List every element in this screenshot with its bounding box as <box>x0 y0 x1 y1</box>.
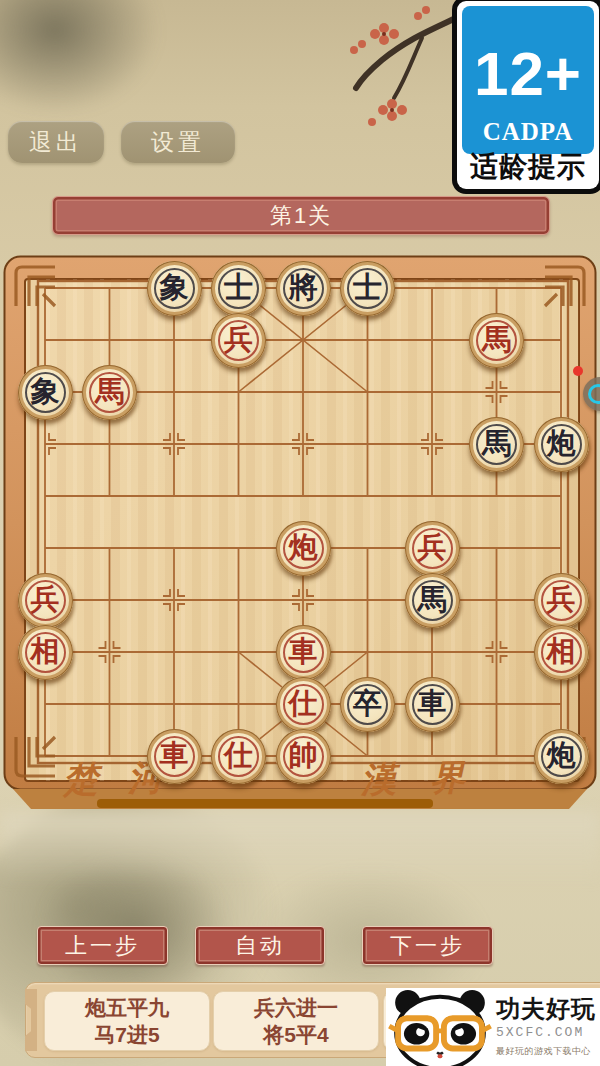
piece-red-相-f8r7[interactable]: 相 <box>534 625 589 680</box>
watermark-title: 功夫好玩 <box>496 996 596 1022</box>
level-banner: 第1关 <box>52 196 550 235</box>
piece-glyph: 兵 <box>224 325 253 354</box>
level-banner-label: 第1关 <box>270 201 332 231</box>
next-step-button[interactable]: 下一步 <box>362 926 493 965</box>
piece-glyph: 相 <box>31 637 60 666</box>
piece-black-炮-f8r3[interactable]: 炮 <box>534 417 589 472</box>
move-card-1-line2: 马7进5 <box>94 1021 159 1048</box>
xiangqi-app-screen: 退出 设置 第1关 12+ CADPA 适龄提示 楚河 漢界 象士將士兵馬象馬馬… <box>0 0 600 1066</box>
piece-black-馬-f7r3[interactable]: 馬 <box>469 417 524 472</box>
piece-glyph: 帥 <box>289 741 318 770</box>
piece-glyph: 象 <box>160 273 189 302</box>
move-card-2-line1: 兵六进一 <box>254 994 338 1021</box>
piece-glyph: 兵 <box>547 585 576 614</box>
piece-red-兵-f3r1[interactable]: 兵 <box>211 313 266 368</box>
piece-red-馬-f7r1[interactable]: 馬 <box>469 313 524 368</box>
piece-red-兵-f6r5[interactable]: 兵 <box>405 521 460 576</box>
piece-glyph: 卒 <box>353 689 382 718</box>
auto-play-button[interactable]: 自动 <box>195 926 325 965</box>
piece-black-將-f4r0[interactable]: 將 <box>276 261 331 316</box>
auto-play-label: 自动 <box>235 931 285 961</box>
piece-glyph: 兵 <box>31 585 60 614</box>
piece-glyph: 炮 <box>547 741 576 770</box>
piece-red-炮-f4r5[interactable]: 炮 <box>276 521 331 576</box>
settings-button[interactable]: 设置 <box>121 121 235 163</box>
move-card-1[interactable]: 炮五平九 马7进5 <box>44 991 210 1051</box>
piece-glyph: 象 <box>31 377 60 406</box>
piece-glyph: 炮 <box>289 533 318 562</box>
age-rating-number: 12+ <box>474 43 582 105</box>
age-rating-blue-panel: 12+ CADPA <box>462 6 594 154</box>
next-step-label: 下一步 <box>390 931 465 961</box>
piece-glyph: 車 <box>418 689 447 718</box>
age-rating-caption: 适龄提示 <box>457 148 599 186</box>
piece-glyph: 馬 <box>95 377 124 406</box>
piece-glyph: 相 <box>547 637 576 666</box>
piece-black-象-f2r0[interactable]: 象 <box>147 261 202 316</box>
previous-step-label: 上一步 <box>65 931 140 961</box>
piece-red-帥-f4r9[interactable]: 帥 <box>276 729 331 784</box>
piece-red-兵-f0r6[interactable]: 兵 <box>18 573 73 628</box>
panel-left-notch <box>25 989 37 1051</box>
piece-glyph: 仕 <box>289 689 318 718</box>
age-rating-org: CADPA <box>483 119 574 144</box>
piece-black-車-f6r8[interactable]: 車 <box>405 677 460 732</box>
move-card-1-line1: 炮五平九 <box>85 994 169 1021</box>
ink-painting-corner <box>0 0 160 115</box>
age-rating-badge: 12+ CADPA 适龄提示 <box>452 0 600 194</box>
piece-glyph: 士 <box>224 273 253 302</box>
piece-black-炮-f8r9[interactable]: 炮 <box>534 729 589 784</box>
piece-glyph: 馬 <box>418 585 447 614</box>
piece-red-車-f4r7[interactable]: 車 <box>276 625 331 680</box>
piece-red-兵-f8r6[interactable]: 兵 <box>534 573 589 628</box>
move-card-2-line2: 将5平4 <box>263 1021 328 1048</box>
piece-glyph: 將 <box>289 273 318 302</box>
exit-button[interactable]: 退出 <box>8 121 104 163</box>
piece-black-象-f0r2[interactable]: 象 <box>18 365 73 420</box>
piece-red-車-f2r9[interactable]: 車 <box>147 729 202 784</box>
piece-glyph: 車 <box>160 741 189 770</box>
panda-logo-icon <box>386 988 494 1066</box>
river-label-right: 漢界 <box>360 753 499 804</box>
watermark-slogan: 最好玩的游戏下载中心 <box>496 1045 596 1058</box>
piece-glyph: 馬 <box>482 429 511 458</box>
collapsed-menu-icon <box>588 384 600 404</box>
piece-glyph: 士 <box>353 273 382 302</box>
piece-glyph: 仕 <box>224 741 253 770</box>
piece-glyph: 炮 <box>547 429 576 458</box>
previous-step-button[interactable]: 上一步 <box>37 926 168 965</box>
notification-dot-icon <box>573 366 583 376</box>
watermark-site: 5XCFC.COM <box>496 1025 596 1040</box>
piece-red-馬-f1r2[interactable]: 馬 <box>82 365 137 420</box>
piece-black-馬-f6r6[interactable]: 馬 <box>405 573 460 628</box>
piece-black-士-f5r0[interactable]: 士 <box>340 261 395 316</box>
piece-red-仕-f3r9[interactable]: 仕 <box>211 729 266 784</box>
ink-painting-mist <box>0 812 600 882</box>
piece-black-卒-f5r8[interactable]: 卒 <box>340 677 395 732</box>
piece-glyph: 兵 <box>418 533 447 562</box>
piece-glyph: 車 <box>289 637 318 666</box>
settings-button-label: 设置 <box>151 127 205 158</box>
move-card-2[interactable]: 兵六进一 将5平4 <box>213 991 379 1051</box>
piece-red-仕-f4r8[interactable]: 仕 <box>276 677 331 732</box>
piece-red-相-f0r7[interactable]: 相 <box>18 625 73 680</box>
exit-button-label: 退出 <box>29 127 83 158</box>
piece-black-士-f3r0[interactable]: 士 <box>211 261 266 316</box>
watermark-overlay: 功夫好玩 5XCFC.COM 最好玩的游戏下载中心 <box>386 988 600 1066</box>
piece-glyph: 馬 <box>482 325 511 354</box>
